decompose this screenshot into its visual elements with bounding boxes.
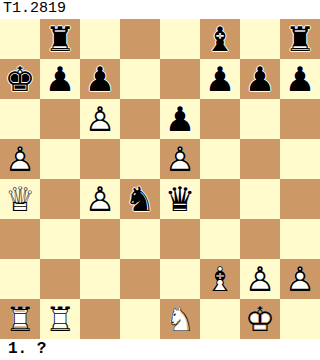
- piece-outline: ♙: [240, 259, 280, 299]
- piece-outline: ♙: [280, 259, 320, 299]
- square-c8[interactable]: [80, 19, 120, 59]
- square-c3[interactable]: [80, 219, 120, 259]
- piece-black-rook[interactable]: ♜: [280, 19, 320, 59]
- piece-black-pawn[interactable]: ♟: [80, 59, 120, 99]
- square-b6[interactable]: [40, 99, 80, 139]
- square-d5[interactable]: [120, 139, 160, 179]
- piece-black-knight[interactable]: ♞: [120, 179, 160, 219]
- piece-black-rook[interactable]: ♜: [40, 19, 80, 59]
- square-b5[interactable]: [40, 139, 80, 179]
- square-g5[interactable]: [240, 139, 280, 179]
- piece-black-pawn[interactable]: ♟: [200, 59, 240, 99]
- piece-outline: ♖: [0, 299, 40, 339]
- piece-glyph: ♛: [160, 179, 200, 219]
- piece-outline: ♖: [40, 299, 80, 339]
- piece-white-knight[interactable]: ♞♘: [160, 299, 200, 339]
- square-g6[interactable]: [240, 99, 280, 139]
- piece-glyph: ♞: [120, 179, 160, 219]
- square-a8[interactable]: [0, 19, 40, 59]
- piece-outline: ♙: [160, 139, 200, 179]
- square-f1[interactable]: [200, 299, 240, 339]
- square-h6[interactable]: [280, 99, 320, 139]
- square-d6[interactable]: [120, 99, 160, 139]
- square-e2[interactable]: [160, 259, 200, 299]
- piece-outline: ♗: [200, 259, 240, 299]
- piece-black-bishop[interactable]: ♝: [200, 19, 240, 59]
- puzzle-id-label: T1.2819: [0, 0, 320, 19]
- square-a6[interactable]: [0, 99, 40, 139]
- square-a5[interactable]: ♟♙: [0, 139, 40, 179]
- square-b4[interactable]: [40, 179, 80, 219]
- square-e3[interactable]: [160, 219, 200, 259]
- piece-black-king[interactable]: ♚: [0, 59, 40, 99]
- piece-outline: ♙: [80, 99, 120, 139]
- piece-white-rook[interactable]: ♜♖: [0, 299, 40, 339]
- square-a7[interactable]: ♚: [0, 59, 40, 99]
- chess-board: ♜♝♜♚♟♟♟♟♟♟♙♟♟♙♟♙♛♕♟♙♞♛♝♗♟♙♟♙♜♖♜♖♞♘♚♔: [0, 19, 320, 339]
- square-f7[interactable]: ♟: [200, 59, 240, 99]
- square-c7[interactable]: ♟: [80, 59, 120, 99]
- square-g1[interactable]: ♚♔: [240, 299, 280, 339]
- piece-white-king[interactable]: ♚♔: [240, 299, 280, 339]
- piece-white-pawn[interactable]: ♟♙: [0, 139, 40, 179]
- square-g8[interactable]: [240, 19, 280, 59]
- square-f8[interactable]: ♝: [200, 19, 240, 59]
- square-d7[interactable]: [120, 59, 160, 99]
- piece-glyph: ♟: [40, 59, 80, 99]
- square-g7[interactable]: ♟: [240, 59, 280, 99]
- square-h5[interactable]: [280, 139, 320, 179]
- piece-white-pawn[interactable]: ♟♙: [80, 179, 120, 219]
- piece-white-pawn[interactable]: ♟♙: [80, 99, 120, 139]
- piece-outline: ♘: [160, 299, 200, 339]
- square-f2[interactable]: ♝♗: [200, 259, 240, 299]
- piece-glyph: ♟: [80, 59, 120, 99]
- piece-glyph: ♝: [200, 19, 240, 59]
- piece-white-rook[interactable]: ♜♖: [40, 299, 80, 339]
- square-h4[interactable]: [280, 179, 320, 219]
- piece-black-queen[interactable]: ♛: [160, 179, 200, 219]
- piece-glyph: ♚: [0, 59, 40, 99]
- piece-glyph: ♟: [200, 59, 240, 99]
- square-d2[interactable]: [120, 259, 160, 299]
- piece-glyph: ♟: [240, 59, 280, 99]
- square-g4[interactable]: [240, 179, 280, 219]
- piece-white-pawn[interactable]: ♟♙: [280, 259, 320, 299]
- square-b2[interactable]: [40, 259, 80, 299]
- square-a1[interactable]: ♜♖: [0, 299, 40, 339]
- piece-black-pawn[interactable]: ♟: [240, 59, 280, 99]
- square-e4[interactable]: ♛: [160, 179, 200, 219]
- chess-puzzle-window: T1.2819 ♜♝♜♚♟♟♟♟♟♟♙♟♟♙♟♙♛♕♟♙♞♛♝♗♟♙♟♙♜♖♜♖…: [0, 0, 320, 360]
- piece-glyph: ♟: [160, 99, 200, 139]
- piece-outline: ♙: [0, 139, 40, 179]
- square-c2[interactable]: [80, 259, 120, 299]
- piece-black-pawn[interactable]: ♟: [40, 59, 80, 99]
- square-b7[interactable]: ♟: [40, 59, 80, 99]
- piece-white-pawn[interactable]: ♟♙: [160, 139, 200, 179]
- square-d1[interactable]: [120, 299, 160, 339]
- square-b8[interactable]: ♜: [40, 19, 80, 59]
- square-d4[interactable]: ♞: [120, 179, 160, 219]
- square-e8[interactable]: [160, 19, 200, 59]
- piece-outline: ♕: [0, 179, 40, 219]
- piece-black-pawn[interactable]: ♟: [160, 99, 200, 139]
- square-a3[interactable]: [0, 219, 40, 259]
- square-e6[interactable]: ♟: [160, 99, 200, 139]
- square-c4[interactable]: ♟♙: [80, 179, 120, 219]
- square-h2[interactable]: ♟♙: [280, 259, 320, 299]
- square-h1[interactable]: [280, 299, 320, 339]
- square-c5[interactable]: [80, 139, 120, 179]
- piece-white-pawn[interactable]: ♟♙: [240, 259, 280, 299]
- square-e5[interactable]: ♟♙: [160, 139, 200, 179]
- square-f4[interactable]: [200, 179, 240, 219]
- square-c1[interactable]: [80, 299, 120, 339]
- piece-outline: ♔: [240, 299, 280, 339]
- square-h3[interactable]: [280, 219, 320, 259]
- piece-glyph: ♜: [40, 19, 80, 59]
- square-e1[interactable]: ♞♘: [160, 299, 200, 339]
- square-d8[interactable]: [120, 19, 160, 59]
- square-f6[interactable]: [200, 99, 240, 139]
- square-a2[interactable]: [0, 259, 40, 299]
- square-b1[interactable]: ♜♖: [40, 299, 80, 339]
- square-b3[interactable]: [40, 219, 80, 259]
- square-d3[interactable]: [120, 219, 160, 259]
- square-f5[interactable]: [200, 139, 240, 179]
- square-g2[interactable]: ♟♙: [240, 259, 280, 299]
- square-c6[interactable]: ♟♙: [80, 99, 120, 139]
- piece-black-pawn[interactable]: ♟: [280, 59, 320, 99]
- move-prompt-label: 1. ?: [0, 339, 320, 360]
- piece-glyph: ♟: [280, 59, 320, 99]
- square-h7[interactable]: ♟: [280, 59, 320, 99]
- piece-white-bishop[interactable]: ♝♗: [200, 259, 240, 299]
- piece-outline: ♙: [80, 179, 120, 219]
- square-e7[interactable]: [160, 59, 200, 99]
- square-h8[interactable]: ♜: [280, 19, 320, 59]
- square-f3[interactable]: [200, 219, 240, 259]
- square-a4[interactable]: ♛♕: [0, 179, 40, 219]
- piece-glyph: ♜: [280, 19, 320, 59]
- square-g3[interactable]: [240, 219, 280, 259]
- piece-white-queen[interactable]: ♛♕: [0, 179, 40, 219]
